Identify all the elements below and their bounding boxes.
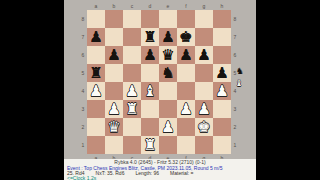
coord-label-3: 3: [80, 107, 86, 112]
square-g6[interactable]: ♟: [195, 46, 213, 64]
square-e2[interactable]: ♟: [159, 118, 177, 136]
black-pawn-piece: ♟: [159, 28, 177, 46]
coord-label-2: 2: [232, 125, 238, 130]
square-g8[interactable]: [195, 10, 213, 28]
square-e3[interactable]: [159, 100, 177, 118]
square-h2[interactable]: [213, 118, 231, 136]
square-c6[interactable]: [123, 46, 141, 64]
coord-label-g: g: [195, 4, 213, 9]
coord-label-d: d: [141, 4, 159, 9]
black-queen-piece: ♛: [159, 46, 177, 64]
square-d6[interactable]: ♟: [141, 46, 159, 64]
black-pawn-piece: ♟: [87, 28, 105, 46]
video-frame: abcdefgh 87654321 ♟♜♟♚♟♟♛♟♟♜♞♟♟♟♝♟♟♜♟♟♛♟…: [0, 0, 320, 180]
square-c1[interactable]: [123, 136, 141, 154]
square-h1[interactable]: [213, 136, 231, 154]
material-black-knight-icon: ♞: [236, 66, 244, 76]
square-e4[interactable]: [159, 82, 177, 100]
coord-label-8: 8: [232, 17, 238, 22]
white-king-piece: ♚: [195, 118, 213, 136]
material-label: Material: =: [170, 171, 193, 176]
coord-label-5: 5: [80, 71, 86, 76]
square-a2[interactable]: [87, 118, 105, 136]
white-pawn-piece: ♟: [213, 82, 231, 100]
square-h6[interactable]: [213, 46, 231, 64]
square-f2[interactable]: [177, 118, 195, 136]
square-a5[interactable]: ♜: [87, 64, 105, 82]
white-queen-piece: ♛: [105, 118, 123, 136]
square-d2[interactable]: [141, 118, 159, 136]
square-f8[interactable]: [177, 10, 195, 28]
coord-label-f: f: [177, 4, 195, 9]
square-h5[interactable]: ♟: [213, 64, 231, 82]
white-pawn-piece: ♟: [195, 100, 213, 118]
square-a8[interactable]: [87, 10, 105, 28]
black-pawn-piece: ♟: [177, 46, 195, 64]
coord-label-e: e: [159, 4, 177, 9]
length-label: Length: 96: [135, 171, 159, 176]
coord-label-2: 2: [80, 125, 86, 130]
white-pawn-piece: ♟: [105, 100, 123, 118]
square-a1[interactable]: [87, 136, 105, 154]
square-e7[interactable]: ♟: [159, 28, 177, 46]
chess-gui-panel: abcdefgh 87654321 ♟♜♟♚♟♟♛♟♟♜♞♟♟♟♝♟♟♜♟♟♛♟…: [64, 0, 256, 180]
square-g3[interactable]: ♟: [195, 100, 213, 118]
game-info-panel: Rybka 4.0 (2645) - Fritz 5.32 (2710) (0-…: [64, 159, 256, 180]
coord-label-1: 1: [80, 143, 86, 148]
square-d5[interactable]: [141, 64, 159, 82]
coord-label-6: 6: [232, 53, 238, 58]
square-g1[interactable]: [195, 136, 213, 154]
white-rook-piece: ♜: [123, 100, 141, 118]
square-b6[interactable]: ♟: [105, 46, 123, 64]
square-f5[interactable]: [177, 64, 195, 82]
clock-link[interactable]: <=Clock 1.2s: [67, 176, 96, 180]
coord-label-7: 7: [232, 35, 238, 40]
coord-label-3: 3: [232, 107, 238, 112]
next-move-label: NxT: 35. Rd6: [96, 171, 125, 176]
square-b5[interactable]: [105, 64, 123, 82]
rank-labels-left: 87654321: [80, 10, 86, 154]
square-f6[interactable]: ♟: [177, 46, 195, 64]
coord-label-6: 6: [80, 53, 86, 58]
square-e1[interactable]: [159, 136, 177, 154]
square-b2[interactable]: ♛: [105, 118, 123, 136]
material-white-bishop-icon: ♝: [235, 78, 243, 88]
coord-label-4: 4: [232, 89, 238, 94]
square-a7[interactable]: ♟: [87, 28, 105, 46]
square-g7[interactable]: [195, 28, 213, 46]
black-rook-piece: ♜: [141, 28, 159, 46]
square-a3[interactable]: [87, 100, 105, 118]
square-a6[interactable]: [87, 46, 105, 64]
square-d4[interactable]: ♝: [141, 82, 159, 100]
square-d8[interactable]: [141, 10, 159, 28]
square-c3[interactable]: ♜: [123, 100, 141, 118]
square-c7[interactable]: [123, 28, 141, 46]
white-pawn-piece: ♟: [123, 82, 141, 100]
square-f4[interactable]: [177, 82, 195, 100]
white-pawn-piece: ♟: [159, 118, 177, 136]
square-a4[interactable]: ♟: [87, 82, 105, 100]
square-c4[interactable]: ♟: [123, 82, 141, 100]
square-g4[interactable]: [195, 82, 213, 100]
coord-label-1: 1: [232, 143, 238, 148]
black-rook-piece: ♜: [87, 64, 105, 82]
square-c8[interactable]: [123, 10, 141, 28]
white-rook-piece: ♜: [141, 136, 159, 154]
square-h3[interactable]: [213, 100, 231, 118]
file-labels-top: abcdefgh: [87, 3, 231, 9]
square-f1[interactable]: [177, 136, 195, 154]
square-f3[interactable]: ♟: [177, 100, 195, 118]
square-f7[interactable]: ♚: [177, 28, 195, 46]
white-pawn-piece: ♟: [177, 100, 195, 118]
black-pawn-piece: ♟: [105, 46, 123, 64]
square-b1[interactable]: [105, 136, 123, 154]
square-e8[interactable]: [159, 10, 177, 28]
square-d1[interactable]: ♜: [141, 136, 159, 154]
square-c2[interactable]: [123, 118, 141, 136]
square-b7[interactable]: [105, 28, 123, 46]
square-b3[interactable]: ♟: [105, 100, 123, 118]
black-pawn-piece: ♟: [141, 46, 159, 64]
square-e5[interactable]: ♞: [159, 64, 177, 82]
square-b4[interactable]: [105, 82, 123, 100]
white-pawn-piece: ♟: [87, 82, 105, 100]
coord-label-b: b: [105, 4, 123, 9]
coord-label-8: 8: [80, 17, 86, 22]
coord-label-7: 7: [80, 35, 86, 40]
coord-label-4: 4: [80, 89, 86, 94]
black-pawn-piece: ♟: [195, 46, 213, 64]
square-h4[interactable]: ♟: [213, 82, 231, 100]
coord-label-h: h: [213, 4, 231, 9]
square-g2[interactable]: ♚: [195, 118, 213, 136]
white-bishop-piece: ♝: [141, 82, 159, 100]
square-h7[interactable]: [213, 28, 231, 46]
square-g5[interactable]: [195, 64, 213, 82]
black-pawn-piece: ♟: [213, 64, 231, 82]
black-knight-piece: ♞: [159, 64, 177, 82]
coord-label-a: a: [87, 4, 105, 9]
coord-label-c: c: [123, 4, 141, 9]
chess-board: ♟♜♟♚♟♟♛♟♟♜♞♟♟♟♝♟♟♜♟♟♛♟♚♜: [87, 10, 231, 154]
square-b8[interactable]: [105, 10, 123, 28]
black-king-piece: ♚: [177, 28, 195, 46]
square-c5[interactable]: [123, 64, 141, 82]
square-e6[interactable]: ♛: [159, 46, 177, 64]
square-d3[interactable]: [141, 100, 159, 118]
square-d7[interactable]: ♜: [141, 28, 159, 46]
square-h8[interactable]: [213, 10, 231, 28]
